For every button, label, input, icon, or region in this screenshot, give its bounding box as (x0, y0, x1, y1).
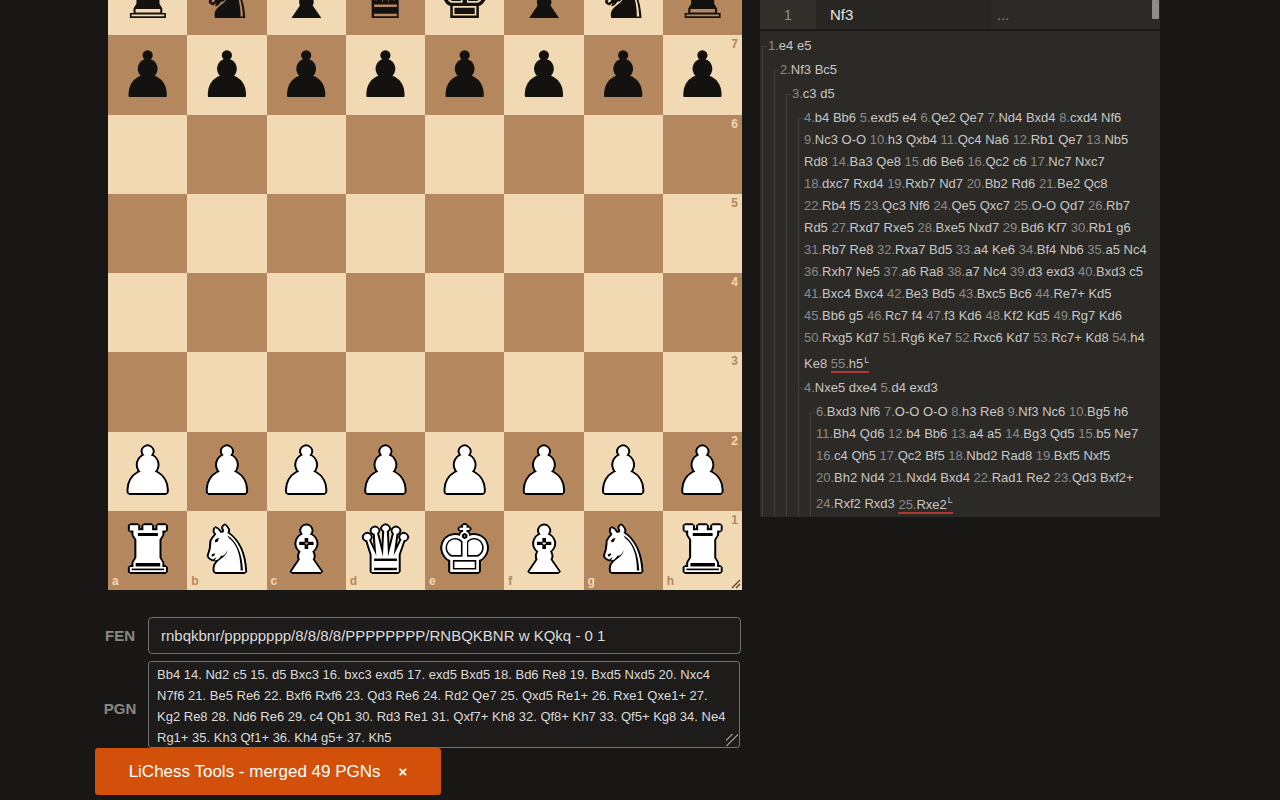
black-pawn[interactable]: ♟ (594, 43, 651, 107)
black-bishop[interactable]: ♝ (277, 0, 334, 28)
square-c3[interactable] (267, 352, 346, 431)
square-a5[interactable] (108, 194, 187, 273)
black-move-cell[interactable]: ... (991, 0, 1160, 29)
square-d1[interactable]: ♛d (346, 511, 425, 590)
black-rook[interactable]: ♜ (674, 0, 731, 28)
file-label-g: g (588, 575, 595, 587)
file-label-f: f (508, 575, 512, 587)
square-f2[interactable]: ♟ (504, 432, 583, 511)
square-a4[interactable] (108, 273, 187, 352)
fen-label: FEN (100, 627, 140, 644)
variation-node[interactable]: 4.b4 Bb6 5.exd5 e4 6.Qe2 Qe7 7.Nd4 Bxd4 … (760, 107, 1160, 375)
square-h5[interactable]: 5 (663, 194, 742, 273)
square-c5[interactable] (267, 194, 346, 273)
file-label-e: e (429, 575, 436, 587)
tree-guide-line (798, 118, 799, 517)
variation-node[interactable]: 2.Nf3 Bc5 (760, 59, 1160, 81)
white-pawn[interactable]: ♟ (515, 439, 572, 503)
square-f7[interactable]: ♟ (504, 35, 583, 114)
square-b4[interactable] (187, 273, 266, 352)
black-pawn[interactable]: ♟ (277, 43, 334, 107)
file-label-b: b (191, 575, 198, 587)
white-pawn[interactable]: ♟ (198, 439, 255, 503)
square-g4[interactable] (584, 273, 663, 352)
square-b8[interactable]: ♞ (187, 0, 266, 35)
variation-node[interactable]: 4.Nxe5 dxe4 5.d4 exd3 (760, 377, 1160, 399)
toast-close-icon[interactable]: × (399, 763, 408, 780)
square-c4[interactable] (267, 273, 346, 352)
square-d5[interactable] (346, 194, 425, 273)
square-b1[interactable]: ♞b (187, 511, 266, 590)
square-e6[interactable] (425, 115, 504, 194)
fen-input[interactable] (148, 617, 741, 654)
square-e5[interactable] (425, 194, 504, 273)
square-a2[interactable]: ♟ (108, 432, 187, 511)
white-move-cell[interactable]: Nf3 (816, 0, 991, 29)
square-d2[interactable]: ♟ (346, 432, 425, 511)
variation-node[interactable]: 1.e4 e5 (760, 35, 1160, 57)
white-pawn[interactable]: ♟ (357, 439, 414, 503)
square-c8[interactable]: ♝ (267, 0, 346, 35)
square-h4[interactable]: 4 (663, 273, 742, 352)
square-b7[interactable]: ♟ (187, 35, 266, 114)
white-pawn[interactable]: ♟ (277, 439, 334, 503)
square-h7[interactable]: ♟7 (663, 35, 742, 114)
square-a1[interactable]: ♜a (108, 511, 187, 590)
square-g2[interactable]: ♟ (584, 432, 663, 511)
movelist-header: 1 Nf3 ... (760, 0, 1160, 30)
white-bishop[interactable]: ♝ (515, 518, 572, 582)
chess-board[interactable]: ♜♞♝♛♚♝♞♜8♟♟♟♟♟♟♟♟76543♟♟♟♟♟♟♟♟2♜a♞b♝c♛d♚… (108, 0, 742, 590)
square-g5[interactable] (584, 194, 663, 273)
square-e8[interactable]: ♚ (425, 0, 504, 35)
rank-label-2: 2 (731, 435, 738, 447)
analysis-panel: 1 Nf3 ... 1.e4 e52.Nf3 Bc53.c3 d54.b4 Bb… (760, 0, 1160, 632)
black-knight[interactable]: ♞ (198, 0, 255, 28)
tree-guide-line (786, 94, 787, 517)
white-pawn[interactable]: ♟ (674, 439, 731, 503)
square-f8[interactable]: ♝ (504, 0, 583, 35)
pgn-area-wrap: Bb4 14. Nd2 c5 15. d5 Bxc3 16. bxc3 exd5… (148, 661, 740, 748)
square-b6[interactable] (187, 115, 266, 194)
board-resize-handle[interactable] (727, 575, 741, 589)
square-h8[interactable]: ♜8 (663, 0, 742, 35)
white-bishop[interactable]: ♝ (277, 518, 334, 582)
rank-label-6: 6 (731, 118, 738, 130)
variation-tree: 1.e4 e52.Nf3 Bc53.c3 d54.b4 Bb6 5.exd5 e… (760, 31, 1160, 517)
square-f4[interactable] (504, 273, 583, 352)
square-f5[interactable] (504, 194, 583, 273)
square-h3[interactable]: 3 (663, 352, 742, 431)
toast-notification: LiChess Tools - merged 49 PGNs × (95, 748, 441, 795)
tree-guide-line (810, 412, 811, 517)
square-g1[interactable]: ♞g (584, 511, 663, 590)
black-pawn[interactable]: ♟ (515, 43, 572, 107)
file-label-c: c (271, 575, 278, 587)
file-label-a: a (112, 575, 119, 587)
square-d6[interactable] (346, 115, 425, 194)
square-f1[interactable]: ♝f (504, 511, 583, 590)
black-knight[interactable]: ♞ (594, 0, 651, 28)
white-knight[interactable]: ♞ (594, 518, 651, 582)
square-d8[interactable]: ♛ (346, 0, 425, 35)
rank-label-7: 7 (731, 38, 738, 50)
black-bishop[interactable]: ♝ (515, 0, 572, 28)
square-e3[interactable] (425, 352, 504, 431)
square-a6[interactable] (108, 115, 187, 194)
square-d3[interactable] (346, 352, 425, 431)
rank-label-5: 5 (731, 197, 738, 209)
white-rook[interactable]: ♜ (674, 518, 731, 582)
black-king[interactable]: ♚ (436, 0, 493, 28)
square-g6[interactable] (584, 115, 663, 194)
square-b2[interactable]: ♟ (187, 432, 266, 511)
white-pawn[interactable]: ♟ (436, 439, 493, 503)
file-label-d: d (350, 575, 357, 587)
square-e2[interactable]: ♟ (425, 432, 504, 511)
square-a8[interactable]: ♜ (108, 0, 187, 35)
square-b5[interactable] (187, 194, 266, 273)
annotated-move[interactable]: 25.Rxe2L (898, 497, 952, 514)
square-g3[interactable] (584, 352, 663, 431)
black-pawn[interactable]: ♟ (357, 43, 414, 107)
black-rook[interactable]: ♜ (119, 0, 176, 28)
white-pawn[interactable]: ♟ (594, 439, 651, 503)
square-e1[interactable]: ♚e (425, 511, 504, 590)
pgn-label: PGN (100, 700, 140, 717)
file-label-h: h (667, 575, 674, 587)
black-pawn[interactable]: ♟ (436, 43, 493, 107)
square-h6[interactable]: 6 (663, 115, 742, 194)
square-d4[interactable] (346, 273, 425, 352)
board-squares: ♜♞♝♛♚♝♞♜8♟♟♟♟♟♟♟♟76543♟♟♟♟♟♟♟♟2♜a♞b♝c♛d♚… (108, 0, 742, 590)
square-a7[interactable]: ♟ (108, 35, 187, 114)
square-c2[interactable]: ♟ (267, 432, 346, 511)
square-f6[interactable] (504, 115, 583, 194)
white-queen[interactable]: ♛ (357, 518, 414, 582)
rank-label-3: 3 (731, 355, 738, 367)
rank-label-4: 4 (731, 276, 738, 288)
square-e4[interactable] (425, 273, 504, 352)
square-d7[interactable]: ♟ (346, 35, 425, 114)
scrollbar-thumb[interactable] (1152, 0, 1159, 19)
white-pawn[interactable]: ♟ (119, 439, 176, 503)
black-pawn[interactable]: ♟ (119, 43, 176, 107)
square-b3[interactable] (187, 352, 266, 431)
square-g7[interactable]: ♟ (584, 35, 663, 114)
white-knight[interactable]: ♞ (198, 518, 255, 582)
black-pawn[interactable]: ♟ (674, 43, 731, 107)
variation-node[interactable]: 6.Bxd3 Nf6 7.O-O O-O 8.h3 Re8 9.Nf3 Nc6 … (760, 401, 1160, 515)
square-h2[interactable]: ♟2 (663, 432, 742, 511)
black-pawn[interactable]: ♟ (198, 43, 255, 107)
rank-label-1: 1 (731, 514, 738, 526)
black-queen[interactable]: ♛ (357, 0, 414, 28)
white-king[interactable]: ♚ (436, 518, 493, 582)
square-c6[interactable] (267, 115, 346, 194)
move-number-cell: 1 (760, 0, 816, 29)
variation-node[interactable]: 3.c3 d5 (760, 83, 1160, 105)
square-f3[interactable] (504, 352, 583, 431)
tree-guide-line (762, 46, 763, 517)
square-g8[interactable]: ♞ (584, 0, 663, 35)
square-c1[interactable]: ♝c (267, 511, 346, 590)
square-e7[interactable]: ♟ (425, 35, 504, 114)
square-c7[interactable]: ♟ (267, 35, 346, 114)
tree-guide-line (774, 70, 775, 517)
square-a3[interactable] (108, 352, 187, 431)
textarea-resize-grip[interactable] (726, 734, 738, 746)
white-rook[interactable]: ♜ (119, 518, 176, 582)
toast-message: LiChess Tools - merged 49 PGNs (129, 762, 381, 782)
annotated-move[interactable]: 55.h5L (831, 356, 870, 373)
pgn-textarea[interactable]: Bb4 14. Nd2 c5 15. d5 Bxc3 16. bxc3 exd5… (148, 661, 740, 748)
